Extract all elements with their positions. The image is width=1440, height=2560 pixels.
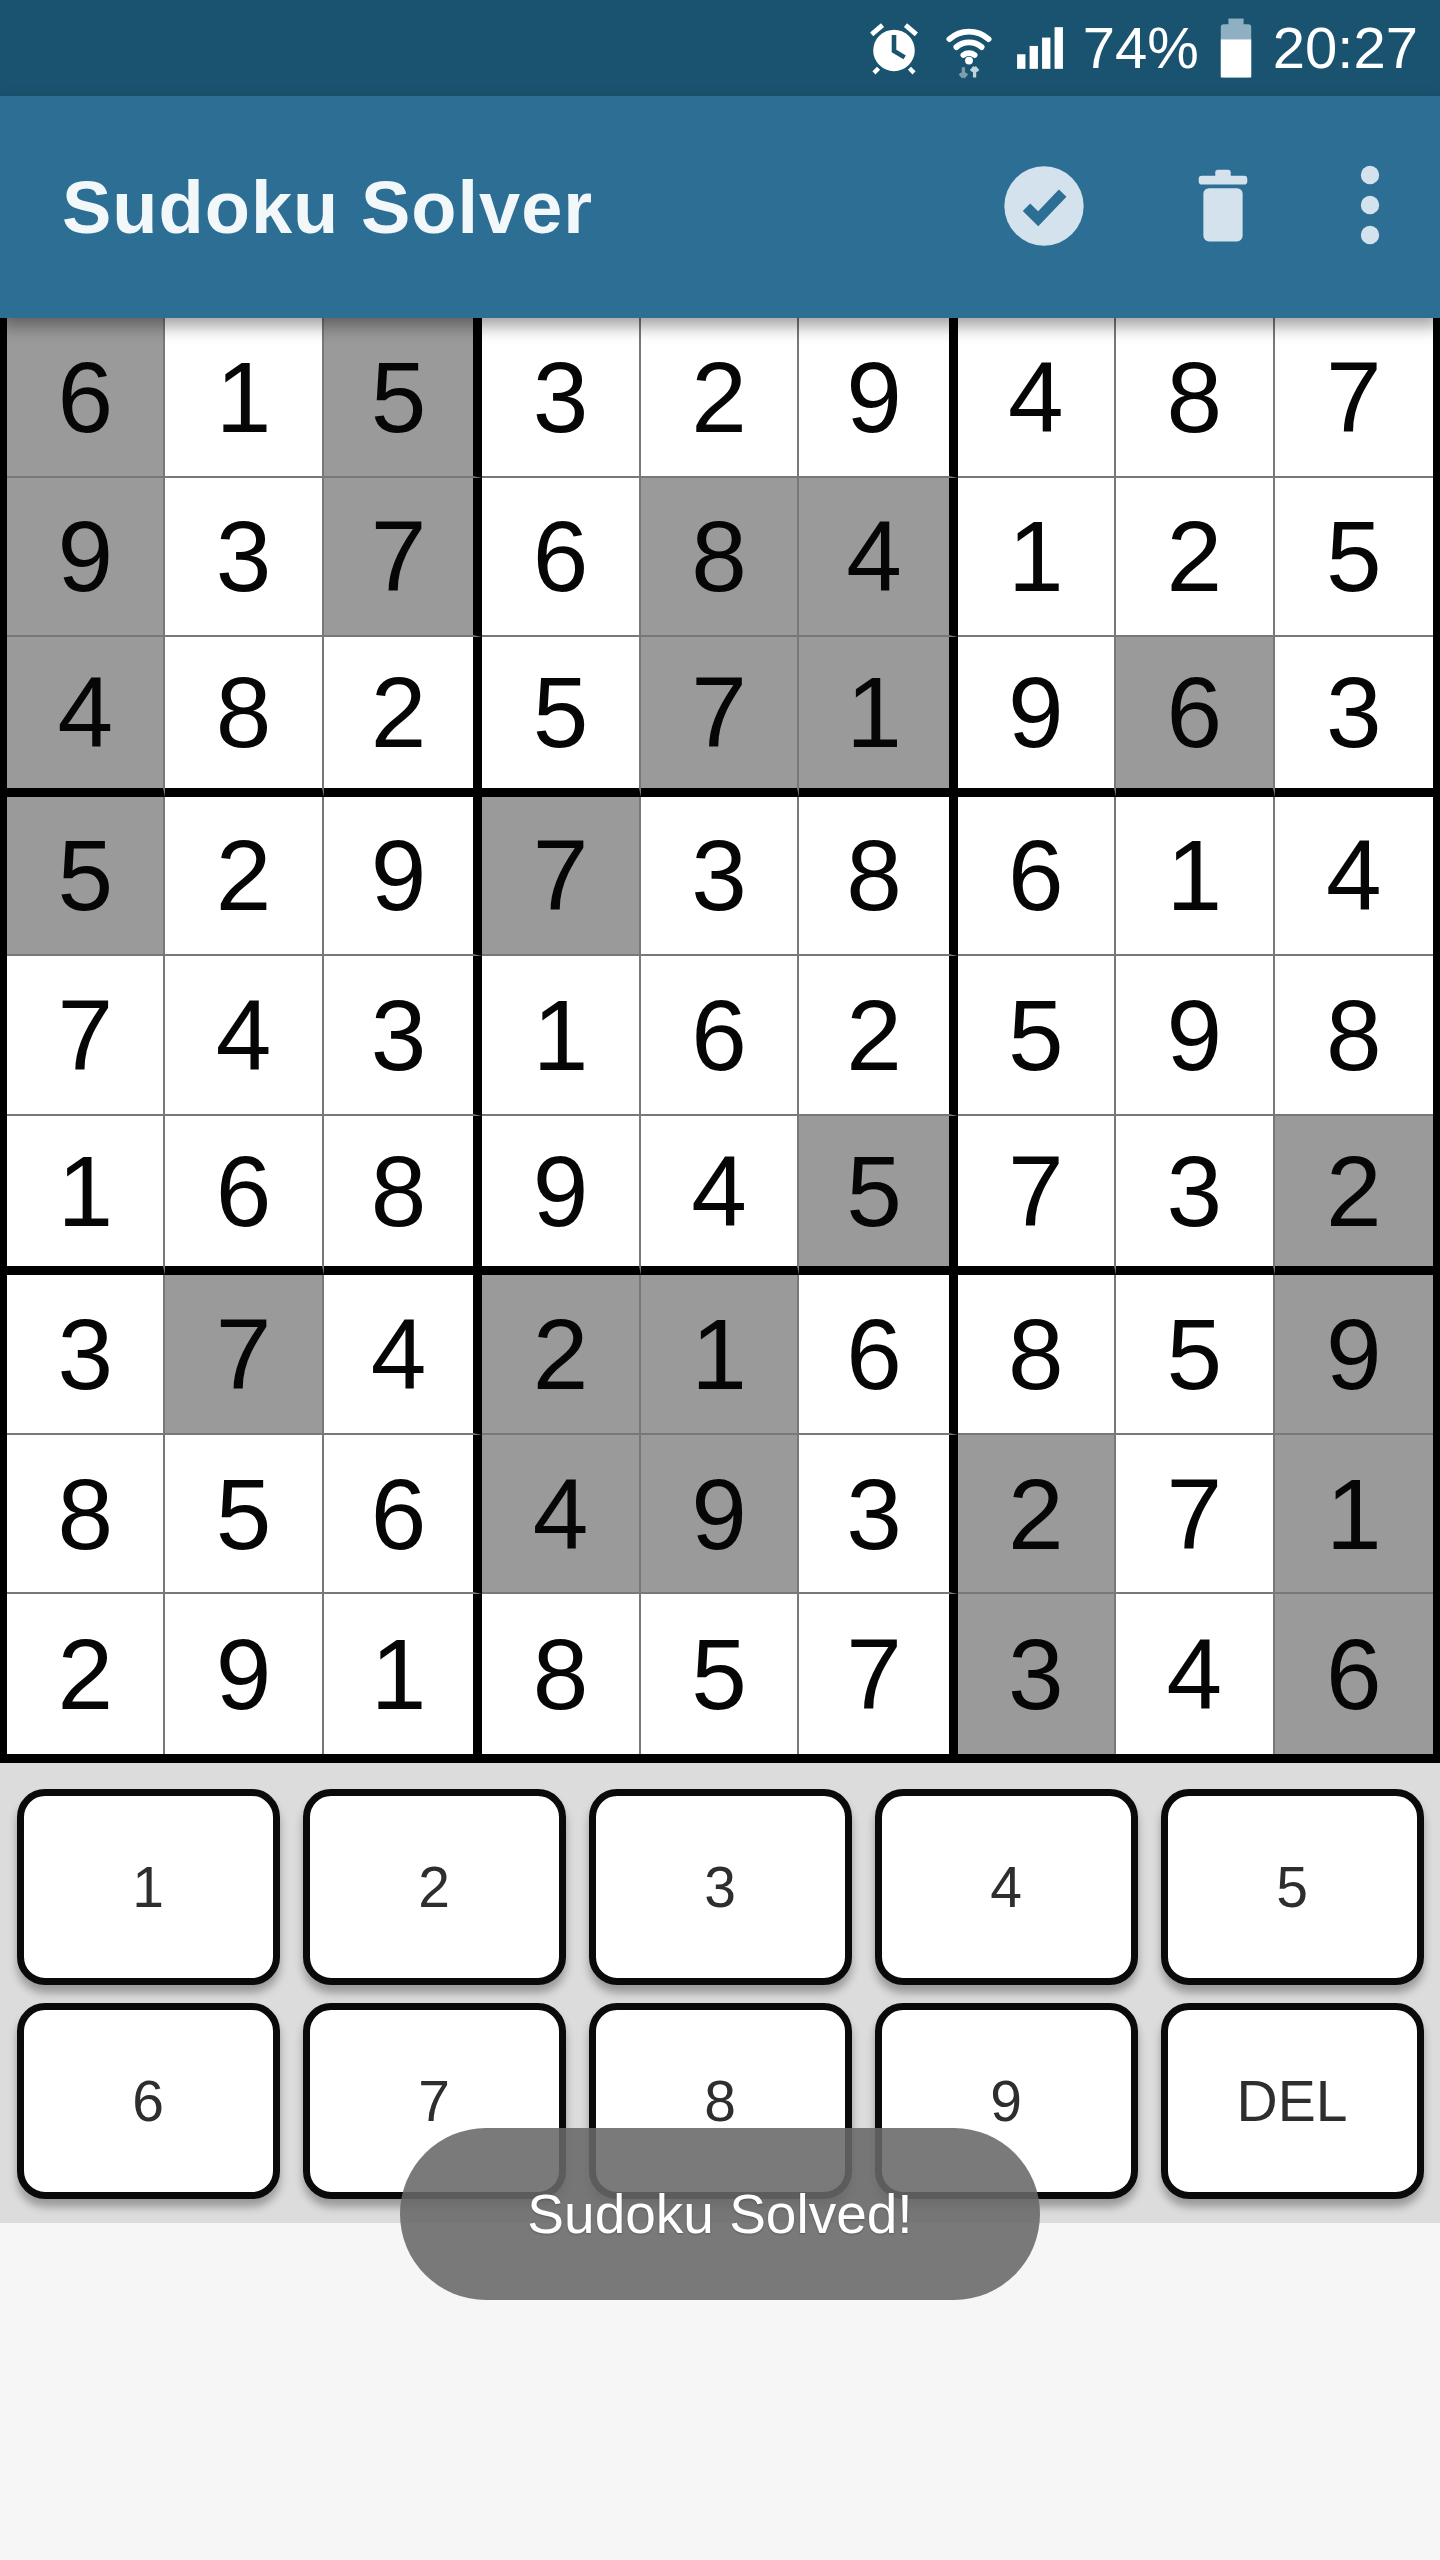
sudoku-cell-r7c9[interactable]: 9 — [1275, 1275, 1433, 1435]
sudoku-cell-r6c3[interactable]: 8 — [324, 1116, 482, 1276]
sudoku-cell-r7c4[interactable]: 2 — [482, 1275, 640, 1435]
sudoku-cell-r7c1[interactable]: 3 — [7, 1275, 165, 1435]
trash-icon — [1192, 168, 1254, 247]
clear-button[interactable] — [1192, 168, 1254, 247]
alarm-icon — [865, 19, 923, 77]
sudoku-cell-r1c8[interactable]: 8 — [1116, 318, 1274, 478]
sudoku-cell-r4c3[interactable]: 9 — [324, 797, 482, 957]
sudoku-cell-r9c3[interactable]: 1 — [324, 1594, 482, 1754]
sudoku-cell-r5c5[interactable]: 6 — [641, 956, 799, 1116]
sudoku-cell-r7c6[interactable]: 6 — [799, 1275, 957, 1435]
battery-percent-text: 74% — [1083, 19, 1199, 77]
keypad-button-1[interactable]: 1 — [17, 1789, 280, 1985]
sudoku-cell-r6c6[interactable]: 5 — [799, 1116, 957, 1276]
sudoku-cell-r1c5[interactable]: 2 — [641, 318, 799, 478]
sudoku-cell-r6c2[interactable]: 6 — [165, 1116, 323, 1276]
sudoku-cell-r5c1[interactable]: 7 — [7, 956, 165, 1116]
sudoku-cell-r1c3[interactable]: 5 — [324, 318, 482, 478]
sudoku-cell-r8c4[interactable]: 4 — [482, 1435, 640, 1595]
sudoku-cell-r2c3[interactable]: 7 — [324, 478, 482, 638]
keypad-button-4[interactable]: 4 — [875, 1789, 1138, 1985]
sudoku-cell-r5c6[interactable]: 2 — [799, 956, 957, 1116]
keypad-button-3[interactable]: 3 — [589, 1789, 852, 1985]
sudoku-cell-r8c3[interactable]: 6 — [324, 1435, 482, 1595]
sudoku-cell-r1c6[interactable]: 9 — [799, 318, 957, 478]
sudoku-cell-r8c2[interactable]: 5 — [165, 1435, 323, 1595]
signal-bars-icon — [1015, 23, 1065, 73]
sudoku-cell-r1c4[interactable]: 3 — [482, 318, 640, 478]
solve-button[interactable] — [1002, 164, 1086, 251]
sudoku-cell-r5c7[interactable]: 5 — [958, 956, 1116, 1116]
sudoku-cell-r3c8[interactable]: 6 — [1116, 637, 1274, 797]
sudoku-cell-r5c3[interactable]: 3 — [324, 956, 482, 1116]
status-bar: 74% 20:27 — [0, 0, 1440, 96]
sudoku-cell-r2c9[interactable]: 5 — [1275, 478, 1433, 638]
wifi-arrows-icon — [941, 15, 997, 81]
sudoku-cell-r6c5[interactable]: 4 — [641, 1116, 799, 1276]
sudoku-cell-r3c7[interactable]: 9 — [958, 637, 1116, 797]
sudoku-cell-r2c7[interactable]: 1 — [958, 478, 1116, 638]
sudoku-cell-r4c9[interactable]: 4 — [1275, 797, 1433, 957]
sudoku-cell-r6c4[interactable]: 9 — [482, 1116, 640, 1276]
toast-message: Sudoku Solved! — [527, 2182, 912, 2246]
sudoku-cell-r9c4[interactable]: 8 — [482, 1594, 640, 1754]
keypad-button-6[interactable]: 6 — [17, 2003, 280, 2199]
sudoku-cell-r3c2[interactable]: 8 — [165, 637, 323, 797]
sudoku-cell-r8c7[interactable]: 2 — [958, 1435, 1116, 1595]
check-circle-icon — [1002, 164, 1086, 251]
sudoku-cell-r1c7[interactable]: 4 — [958, 318, 1116, 478]
sudoku-cell-r4c5[interactable]: 3 — [641, 797, 799, 957]
app-bar-actions — [1002, 163, 1380, 252]
sudoku-board: 6153294879376841254825719635297386147431… — [0, 318, 1440, 1763]
sudoku-cell-r6c7[interactable]: 7 — [958, 1116, 1116, 1276]
sudoku-cell-r2c6[interactable]: 4 — [799, 478, 957, 638]
sudoku-cell-r8c1[interactable]: 8 — [7, 1435, 165, 1595]
keypad-button-del[interactable]: DEL — [1161, 2003, 1424, 2199]
sudoku-cell-r9c1[interactable]: 2 — [7, 1594, 165, 1754]
sudoku-cell-r2c1[interactable]: 9 — [7, 478, 165, 638]
clock-text: 20:27 — [1273, 19, 1418, 77]
sudoku-cell-r2c2[interactable]: 3 — [165, 478, 323, 638]
sudoku-cell-r1c1[interactable]: 6 — [7, 318, 165, 478]
sudoku-cell-r2c8[interactable]: 2 — [1116, 478, 1274, 638]
battery-icon — [1217, 17, 1255, 79]
sudoku-cell-r4c6[interactable]: 8 — [799, 797, 957, 957]
sudoku-cell-r5c9[interactable]: 8 — [1275, 956, 1433, 1116]
overflow-menu-button[interactable] — [1360, 163, 1380, 252]
sudoku-cell-r3c5[interactable]: 7 — [641, 637, 799, 797]
kebab-menu-icon — [1360, 163, 1380, 252]
sudoku-cell-r9c5[interactable]: 5 — [641, 1594, 799, 1754]
sudoku-cell-r6c9[interactable]: 2 — [1275, 1116, 1433, 1276]
sudoku-cell-r1c9[interactable]: 7 — [1275, 318, 1433, 478]
sudoku-cell-r4c7[interactable]: 6 — [958, 797, 1116, 957]
sudoku-cell-r8c9[interactable]: 1 — [1275, 1435, 1433, 1595]
sudoku-cell-r3c6[interactable]: 1 — [799, 637, 957, 797]
sudoku-cell-r6c1[interactable]: 1 — [7, 1116, 165, 1276]
sudoku-cell-r7c3[interactable]: 4 — [324, 1275, 482, 1435]
sudoku-cell-r2c5[interactable]: 8 — [641, 478, 799, 638]
keypad-row: 12345 — [0, 1789, 1440, 1985]
sudoku-cell-r9c8[interactable]: 4 — [1116, 1594, 1274, 1754]
page-title: Sudoku Solver — [62, 165, 1002, 250]
sudoku-cell-r7c2[interactable]: 7 — [165, 1275, 323, 1435]
keypad-button-5[interactable]: 5 — [1161, 1789, 1424, 1985]
app-bar: Sudoku Solver — [0, 96, 1440, 318]
screen: 74% 20:27 Sudoku Solver — [0, 0, 1440, 2560]
toast: Sudoku Solved! — [400, 2128, 1040, 2300]
sudoku-cell-r8c6[interactable]: 3 — [799, 1435, 957, 1595]
sudoku-cell-r3c4[interactable]: 5 — [482, 637, 640, 797]
sudoku-cell-r4c1[interactable]: 5 — [7, 797, 165, 957]
sudoku-cell-r4c8[interactable]: 1 — [1116, 797, 1274, 957]
sudoku-cell-r5c2[interactable]: 4 — [165, 956, 323, 1116]
sudoku-cell-r9c6[interactable]: 7 — [799, 1594, 957, 1754]
sudoku-cell-r3c3[interactable]: 2 — [324, 637, 482, 797]
sudoku-cell-r1c2[interactable]: 1 — [165, 318, 323, 478]
sudoku-cell-r8c5[interactable]: 9 — [641, 1435, 799, 1595]
sudoku-cell-r5c8[interactable]: 9 — [1116, 956, 1274, 1116]
sudoku-cell-r2c4[interactable]: 6 — [482, 478, 640, 638]
keypad-button-2[interactable]: 2 — [303, 1789, 566, 1985]
sudoku-cell-r9c9[interactable]: 6 — [1275, 1594, 1433, 1754]
sudoku-cell-r6c8[interactable]: 3 — [1116, 1116, 1274, 1276]
sudoku-cell-r7c7[interactable]: 8 — [958, 1275, 1116, 1435]
sudoku-cell-r8c8[interactable]: 7 — [1116, 1435, 1274, 1595]
sudoku-cell-r5c4[interactable]: 1 — [482, 956, 640, 1116]
sudoku-cell-r3c9[interactable]: 3 — [1275, 637, 1433, 797]
sudoku-cell-r4c2[interactable]: 2 — [165, 797, 323, 957]
sudoku-cell-r9c2[interactable]: 9 — [165, 1594, 323, 1754]
sudoku-cell-r7c5[interactable]: 1 — [641, 1275, 799, 1435]
sudoku-cell-r4c4[interactable]: 7 — [482, 797, 640, 957]
sudoku-cell-r9c7[interactable]: 3 — [958, 1594, 1116, 1754]
sudoku-cell-r3c1[interactable]: 4 — [7, 637, 165, 797]
sudoku-cell-r7c8[interactable]: 5 — [1116, 1275, 1274, 1435]
